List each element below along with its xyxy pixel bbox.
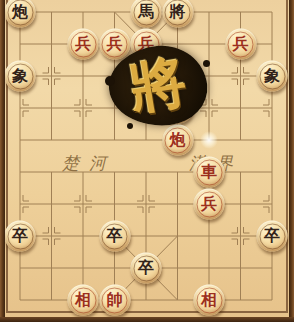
piece-black[interactable]: 卒 bbox=[257, 221, 288, 252]
piece-character: 馬 bbox=[138, 2, 154, 23]
xiangqi-board[interactable]: 楚河 漢界 炮馬將兵兵兵兵象象車炮車兵卒卒卒卒相帥相 將 bbox=[0, 0, 294, 322]
piece-character: 卒 bbox=[264, 226, 280, 247]
piece-red[interactable]: 相 bbox=[194, 285, 225, 316]
piece-black[interactable]: 炮 bbox=[5, 0, 36, 28]
piece-character: 象 bbox=[12, 66, 28, 87]
piece-black[interactable]: 象 bbox=[5, 61, 36, 92]
piece-character: 相 bbox=[201, 290, 217, 311]
piece-character: 卒 bbox=[107, 226, 123, 247]
board-edge-left bbox=[0, 0, 5, 322]
piece-black[interactable]: 將 bbox=[162, 0, 193, 28]
piece-character: 車 bbox=[201, 162, 217, 183]
board-edge-right bbox=[289, 0, 294, 322]
board-edge-bottom bbox=[0, 317, 294, 322]
check-banner: 將 bbox=[109, 46, 207, 126]
piece-red[interactable]: 炮 bbox=[162, 125, 193, 156]
check-character: 將 bbox=[103, 39, 212, 133]
piece-red[interactable]: 兵 bbox=[225, 29, 256, 60]
piece-black[interactable]: 馬 bbox=[131, 0, 162, 28]
piece-red[interactable]: 兵 bbox=[68, 29, 99, 60]
piece-red[interactable]: 帥 bbox=[99, 285, 130, 316]
piece-character: 帥 bbox=[107, 290, 123, 311]
piece-character: 炮 bbox=[12, 2, 28, 23]
piece-character: 卒 bbox=[138, 258, 154, 279]
sparkle-effect-icon bbox=[200, 131, 218, 149]
piece-red[interactable]: 車 bbox=[194, 157, 225, 188]
piece-black[interactable]: 卒 bbox=[5, 221, 36, 252]
piece-character: 兵 bbox=[75, 34, 91, 55]
piece-character: 相 bbox=[75, 290, 91, 311]
piece-black[interactable]: 卒 bbox=[99, 221, 130, 252]
piece-black[interactable]: 象 bbox=[257, 61, 288, 92]
piece-character: 卒 bbox=[12, 226, 28, 247]
piece-character: 炮 bbox=[170, 130, 186, 151]
piece-character: 兵 bbox=[201, 194, 217, 215]
piece-character: 象 bbox=[264, 66, 280, 87]
piece-character: 兵 bbox=[233, 34, 249, 55]
piece-red[interactable]: 相 bbox=[68, 285, 99, 316]
piece-red[interactable]: 兵 bbox=[194, 189, 225, 220]
piece-black[interactable]: 卒 bbox=[131, 253, 162, 284]
piece-character: 將 bbox=[170, 2, 186, 23]
